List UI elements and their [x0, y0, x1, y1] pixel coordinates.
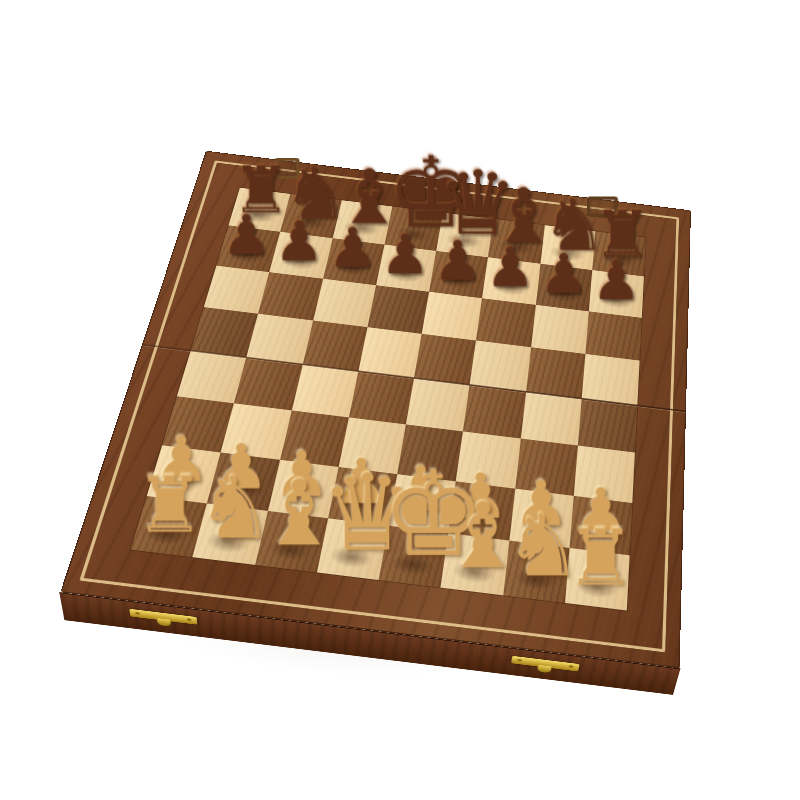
square-h8 — [592, 231, 646, 276]
square-g5 — [526, 347, 586, 399]
square-f5 — [470, 340, 531, 391]
white-queen-icon: ♛ — [320, 460, 382, 566]
square-d6 — [367, 285, 429, 334]
square-e7 — [429, 251, 488, 298]
square-g8 — [540, 225, 595, 270]
white-knight-icon: ♞ — [504, 503, 566, 589]
photo-stage: ♜♞♝♚♛♝♞♜♟♟♟♟♟♟♟♟♟♟♟♟♟♟♟♟♜♞♝♛♚♝♞♜ — [0, 0, 800, 800]
white-king-icon: ♚ — [381, 457, 443, 574]
square-c7 — [323, 238, 384, 285]
square-d5 — [358, 327, 422, 378]
white-rook-icon: ♜ — [566, 519, 628, 596]
piece-white-bishop-c1: ♝ — [255, 511, 328, 573]
piece-white-bishop-f1: ♝ — [441, 533, 509, 595]
white-knight-icon: ♞ — [197, 465, 259, 551]
square-e8 — [436, 213, 493, 258]
square-d8 — [384, 206, 443, 251]
piece-white-knight-g1: ♞ — [503, 540, 570, 603]
piece-white-rook-h1: ♜ — [565, 548, 630, 611]
piece-white-king-e1: ♚ — [379, 525, 449, 587]
square-f6 — [476, 298, 535, 347]
square-h6 — [585, 311, 642, 360]
square-c5 — [302, 320, 367, 371]
square-g6 — [531, 304, 589, 353]
square-d7 — [376, 245, 436, 292]
square-c6 — [313, 278, 376, 327]
square-b7 — [270, 232, 333, 278]
square-b6 — [258, 272, 322, 320]
square-e6 — [422, 291, 483, 340]
brass-clasp-left-icon — [129, 609, 197, 625]
square-h5 — [581, 354, 639, 406]
white-bishop-icon: ♝ — [258, 468, 320, 558]
square-f8 — [488, 219, 544, 264]
square-f7 — [482, 257, 540, 304]
square-h7 — [589, 270, 644, 317]
square-e5 — [414, 334, 476, 385]
piece-white-queen-d1: ♛ — [317, 518, 389, 580]
brass-clasp-right-icon — [511, 656, 579, 672]
square-b5 — [247, 314, 313, 365]
white-rook-icon: ♜ — [135, 466, 197, 543]
square-g7 — [535, 264, 592, 311]
square-b8 — [280, 194, 341, 238]
chess-board-box: ♜♞♝♚♛♝♞♜♟♟♟♟♟♟♟♟♟♟♟♟♟♟♟♟♜♞♝♛♚♝♞♜ — [60, 151, 691, 668]
white-bishop-icon: ♝ — [443, 491, 505, 581]
product-photo: ♜♞♝♚♛♝♞♜♟♟♟♟♟♟♟♟♟♟♟♟♟♟♟♟♜♞♝♛♚♝♞♜ — [0, 0, 800, 800]
board-top-face: ♜♞♝♚♛♝♞♜♟♟♟♟♟♟♟♟♟♟♟♟♟♟♟♟♜♞♝♛♚♝♞♜ — [60, 151, 691, 668]
square-c8 — [332, 200, 392, 245]
